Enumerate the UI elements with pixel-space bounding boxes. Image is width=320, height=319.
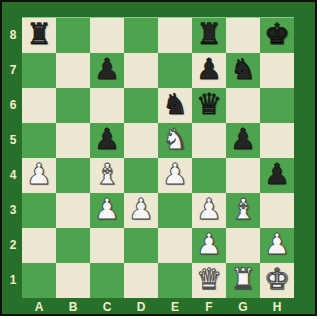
square-c2 (90, 228, 124, 263)
square-e2 (158, 228, 192, 263)
rank-label-7: 7 (4, 52, 22, 87)
black-pawn-f7: ♟ (196, 55, 222, 84)
black-king-h8: ♚ (264, 20, 290, 49)
rank-label-5: 5 (4, 122, 22, 157)
rank-label-2: 2 (4, 227, 22, 262)
square-c5: ♟ (90, 123, 124, 158)
square-g3: ♝ (226, 193, 260, 228)
square-c7: ♟ (90, 53, 124, 88)
chess-board: ♜♜♚♟♟♞♞♛♟♞♟♟♝♟♟♟♟♟♝♟♟♛♜♚ (22, 17, 294, 298)
square-d8 (124, 18, 158, 53)
square-g7: ♞ (226, 53, 260, 88)
square-a2 (22, 228, 56, 263)
square-b4 (56, 158, 90, 193)
white-king-h1: ♚ (264, 265, 290, 294)
square-a8: ♜ (22, 18, 56, 53)
black-pawn-h4: ♟ (264, 160, 290, 189)
square-d6 (124, 88, 158, 123)
square-e1 (158, 263, 192, 298)
square-c3: ♟ (90, 193, 124, 228)
white-rook-g1: ♜ (230, 265, 256, 294)
black-pawn-g5: ♟ (230, 125, 256, 154)
white-pawn-d3: ♟ (128, 195, 154, 224)
file-labels: ABCDEFGH (22, 297, 294, 316)
white-knight-e5: ♞ (162, 125, 188, 154)
square-g8 (226, 18, 260, 53)
rank-label-8: 8 (4, 17, 22, 52)
file-label-c: C (90, 297, 124, 316)
square-h2: ♟ (260, 228, 294, 263)
square-a3 (22, 193, 56, 228)
square-d3: ♟ (124, 193, 158, 228)
square-h6 (260, 88, 294, 123)
square-f4 (192, 158, 226, 193)
black-knight-e6: ♞ (162, 90, 188, 119)
square-c1 (90, 263, 124, 298)
rank-label-4: 4 (4, 157, 22, 192)
square-c8 (90, 18, 124, 53)
square-b1 (56, 263, 90, 298)
square-b3 (56, 193, 90, 228)
chess-diagram: 87654321 ♜♜♚♟♟♞♞♛♟♞♟♟♝♟♟♟♟♟♝♟♟♛♜♚ ABCDEF… (0, 0, 320, 319)
white-bishop-c4: ♝ (94, 160, 120, 189)
black-queen-f6: ♛ (196, 90, 222, 119)
square-c4: ♝ (90, 158, 124, 193)
square-h7 (260, 53, 294, 88)
square-h1: ♚ (260, 263, 294, 298)
square-f3: ♟ (192, 193, 226, 228)
square-a7 (22, 53, 56, 88)
white-pawn-f2: ♟ (196, 230, 222, 259)
square-e5: ♞ (158, 123, 192, 158)
square-g4 (226, 158, 260, 193)
square-f1: ♛ (192, 263, 226, 298)
file-label-a: A (22, 297, 56, 316)
square-f2: ♟ (192, 228, 226, 263)
white-bishop-g3: ♝ (230, 195, 256, 224)
square-h8: ♚ (260, 18, 294, 53)
square-a1 (22, 263, 56, 298)
square-d1 (124, 263, 158, 298)
black-pawn-c7: ♟ (94, 55, 120, 84)
square-f6: ♛ (192, 88, 226, 123)
square-b6 (56, 88, 90, 123)
square-a4: ♟ (22, 158, 56, 193)
black-rook-a8: ♜ (26, 20, 52, 49)
white-pawn-f3: ♟ (196, 195, 222, 224)
square-e6: ♞ (158, 88, 192, 123)
rank-label-3: 3 (4, 192, 22, 227)
white-pawn-h2: ♟ (264, 230, 290, 259)
square-g6 (226, 88, 260, 123)
file-label-d: D (124, 297, 158, 316)
square-g1: ♜ (226, 263, 260, 298)
rank-label-1: 1 (4, 262, 22, 297)
square-d4 (124, 158, 158, 193)
square-c6 (90, 88, 124, 123)
board-frame: 87654321 ♜♜♚♟♟♞♞♛♟♞♟♟♝♟♟♟♟♟♝♟♟♛♜♚ ABCDEF… (0, 0, 317, 316)
white-pawn-e4: ♟ (162, 160, 188, 189)
square-g5: ♟ (226, 123, 260, 158)
file-label-g: G (226, 297, 260, 316)
square-h3 (260, 193, 294, 228)
square-h5 (260, 123, 294, 158)
square-a5 (22, 123, 56, 158)
file-label-e: E (158, 297, 192, 316)
square-e7 (158, 53, 192, 88)
square-e4: ♟ (158, 158, 192, 193)
square-h4: ♟ (260, 158, 294, 193)
square-b8 (56, 18, 90, 53)
square-f5 (192, 123, 226, 158)
square-d7 (124, 53, 158, 88)
rank-label-6: 6 (4, 87, 22, 122)
black-rook-f8: ♜ (196, 20, 222, 49)
square-f7: ♟ (192, 53, 226, 88)
black-pawn-c5: ♟ (94, 125, 120, 154)
file-label-b: B (56, 297, 90, 316)
square-d5 (124, 123, 158, 158)
white-pawn-c3: ♟ (94, 195, 120, 224)
rank-labels: 87654321 (4, 17, 22, 297)
square-b7 (56, 53, 90, 88)
file-label-f: F (192, 297, 226, 316)
white-queen-f1: ♛ (196, 265, 222, 294)
square-b5 (56, 123, 90, 158)
black-knight-g7: ♞ (230, 55, 256, 84)
square-g2 (226, 228, 260, 263)
square-a6 (22, 88, 56, 123)
square-e3 (158, 193, 192, 228)
square-b2 (56, 228, 90, 263)
file-label-h: H (260, 297, 294, 316)
white-pawn-a4: ♟ (26, 160, 52, 189)
square-d2 (124, 228, 158, 263)
square-f8: ♜ (192, 18, 226, 53)
square-e8 (158, 18, 192, 53)
